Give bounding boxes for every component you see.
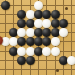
white-stone xyxy=(34,1,43,10)
white-stone xyxy=(59,28,68,37)
white-stone xyxy=(67,56,75,65)
black-stone xyxy=(42,10,51,19)
grid-line-horizontal xyxy=(0,69,75,70)
black-stone xyxy=(17,37,26,46)
white-stone xyxy=(17,47,26,56)
black-stone xyxy=(1,1,10,10)
black-stone xyxy=(42,37,51,46)
black-stone xyxy=(17,10,26,19)
white-stone xyxy=(42,19,51,28)
go-board[interactable] xyxy=(0,0,75,75)
star-point xyxy=(56,69,59,72)
black-stone xyxy=(59,19,68,28)
black-stone xyxy=(51,10,60,19)
white-stone xyxy=(51,37,60,46)
black-stone xyxy=(26,56,35,65)
white-stone xyxy=(51,47,60,56)
white-stone xyxy=(17,28,26,37)
star-point xyxy=(65,7,68,10)
black-stone xyxy=(17,56,26,65)
black-stone xyxy=(17,19,26,28)
black-stone xyxy=(42,28,51,37)
white-stone xyxy=(42,47,51,56)
